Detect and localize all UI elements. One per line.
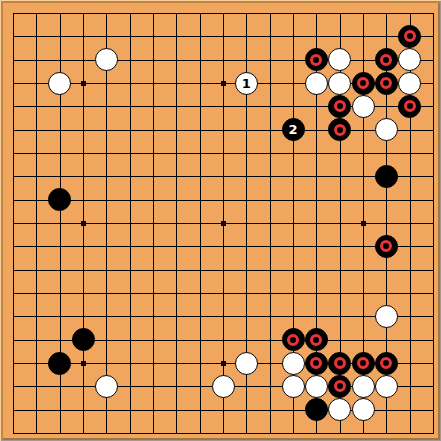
move-number: 1 (242, 77, 251, 90)
grid-hline (13, 433, 434, 434)
red-circle-mark (334, 357, 346, 369)
stone-black-R9 (375, 235, 398, 258)
stone-black-R4 (375, 352, 398, 375)
stone-black-D5 (72, 328, 95, 351)
stone-white-Q3 (352, 375, 375, 398)
stone-white-E3 (95, 375, 118, 398)
hoshi-point (81, 221, 86, 226)
red-circle-mark (357, 357, 369, 369)
red-circle-mark (310, 334, 322, 346)
stone-black-Q4 (352, 352, 375, 375)
stone-black-O4 (305, 352, 328, 375)
red-circle-mark (404, 100, 416, 112)
hoshi-point (221, 361, 226, 366)
stone-white-S16 (398, 72, 421, 95)
stone-white-R6 (375, 305, 398, 328)
stone-black-O2 (305, 398, 328, 421)
stone-white-N3 (282, 375, 305, 398)
stone-white-L4 (235, 352, 258, 375)
red-circle-mark (380, 54, 392, 66)
stone-white-P17 (328, 48, 351, 71)
grid-hline (13, 270, 434, 271)
red-circle-mark (310, 357, 322, 369)
grid-hline (13, 316, 434, 317)
stone-black-C11 (48, 188, 71, 211)
stone-white-R3 (375, 375, 398, 398)
hoshi-point (81, 361, 86, 366)
stone-black-P15 (328, 95, 351, 118)
stone-black-R17 (375, 48, 398, 71)
stone-white-L16: 1 (235, 72, 258, 95)
stone-white-O3 (305, 375, 328, 398)
red-circle-mark (404, 30, 416, 42)
stone-white-N4 (282, 352, 305, 375)
stone-white-Q2 (352, 398, 375, 421)
stone-black-O17 (305, 48, 328, 71)
stone-black-Q16 (352, 72, 375, 95)
grid-vline (270, 13, 271, 434)
stone-black-P3 (328, 375, 351, 398)
red-circle-mark (310, 54, 322, 66)
stone-white-P16 (328, 72, 351, 95)
stone-black-N14: 2 (282, 118, 305, 141)
red-circle-mark (334, 124, 346, 136)
stone-black-S18 (398, 25, 421, 48)
stone-white-S17 (398, 48, 421, 71)
stone-white-R14 (375, 118, 398, 141)
red-circle-mark (380, 240, 392, 252)
red-circle-mark (380, 357, 392, 369)
red-circle-mark (334, 100, 346, 112)
grid-hline (13, 293, 434, 294)
red-circle-mark (287, 334, 299, 346)
move-number: 2 (288, 123, 297, 136)
stone-black-N5 (282, 328, 305, 351)
stone-black-R16 (375, 72, 398, 95)
stone-white-O16 (305, 72, 328, 95)
stone-black-R12 (375, 165, 398, 188)
stone-black-O5 (305, 328, 328, 351)
stone-black-P4 (328, 352, 351, 375)
stone-black-P14 (328, 118, 351, 141)
stone-white-K3 (212, 375, 235, 398)
hoshi-point (81, 81, 86, 86)
stone-black-C4 (48, 352, 71, 375)
grid-vline (433, 13, 434, 434)
stone-white-C16 (48, 72, 71, 95)
hoshi-point (361, 221, 366, 226)
hoshi-point (221, 221, 226, 226)
stone-white-P2 (328, 398, 351, 421)
red-circle-mark (357, 77, 369, 89)
hoshi-point (221, 81, 226, 86)
red-circle-mark (380, 77, 392, 89)
stone-white-E17 (95, 48, 118, 71)
stone-white-Q15 (352, 95, 375, 118)
go-board[interactable]: 12 (0, 0, 441, 441)
red-circle-mark (334, 380, 346, 392)
stone-black-S15 (398, 95, 421, 118)
grid-hline (13, 246, 434, 247)
